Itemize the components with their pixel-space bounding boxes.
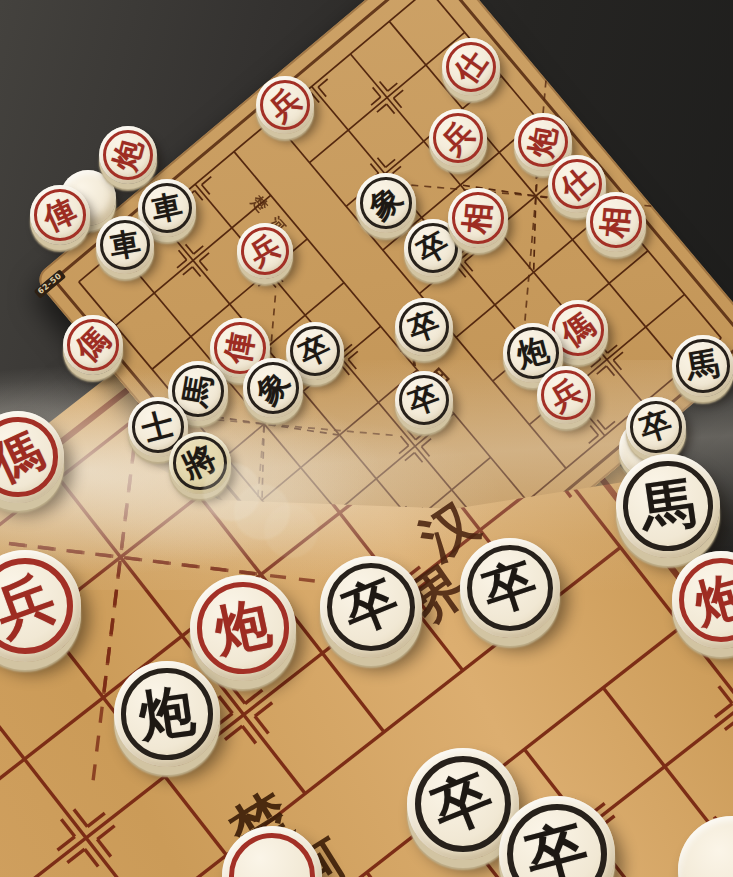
xiangqi-piece-red[interactable]: 俥 bbox=[30, 185, 90, 245]
xiangqi-piece-black[interactable]: 卒 bbox=[460, 538, 560, 638]
piece-character: 馬 bbox=[609, 447, 726, 564]
xiangqi-piece-black[interactable]: 卒 bbox=[395, 298, 453, 356]
xiangqi-piece-red[interactable]: 兵 bbox=[256, 76, 314, 134]
piece-ring bbox=[229, 833, 315, 877]
xiangqi-piece-red[interactable]: 仕 bbox=[442, 38, 500, 96]
xiangqi-piece-red[interactable]: 相 bbox=[586, 192, 646, 252]
ghost-reflection-piece bbox=[264, 504, 318, 558]
xiangqi-piece-black[interactable]: 卒 bbox=[320, 556, 422, 658]
xiangqi-piece-black[interactable]: 馬 bbox=[616, 454, 720, 558]
xiangqi-piece-black[interactable]: 車 bbox=[96, 216, 154, 274]
xiangqi-piece-black[interactable]: 卒 bbox=[499, 796, 615, 877]
xiangqi-piece-red[interactable]: 相 bbox=[448, 188, 508, 248]
xiangqi-piece-red[interactable]: 兵 bbox=[537, 366, 595, 424]
xiangqi-piece-black[interactable]: 卒 bbox=[626, 397, 686, 457]
piece-character: 車 bbox=[91, 211, 158, 278]
xiangqi-photo-scene: 楚河汉界汉界楚河62-50 俥炮兵車車兵象卒仕兵炮仕相相傌俥傌卒馬象士卒卒炮兵將… bbox=[0, 0, 733, 877]
xiangqi-piece-red[interactable]: 炮 bbox=[672, 551, 733, 649]
xiangqi-piece-black[interactable]: 象 bbox=[356, 173, 416, 233]
piece-character: 相 bbox=[583, 189, 648, 254]
xiangqi-piece-black[interactable]: 象 bbox=[243, 358, 303, 418]
piece-character: 馬 bbox=[667, 330, 733, 402]
xiangqi-piece-black[interactable]: 馬 bbox=[672, 335, 733, 397]
xiangqi-piece-black[interactable]: 炮 bbox=[114, 661, 220, 767]
xiangqi-piece-red[interactable]: 兵 bbox=[0, 550, 81, 662]
xiangqi-piece-red[interactable]: 傌 bbox=[63, 315, 123, 375]
xiangqi-piece-black[interactable]: 卒 bbox=[395, 371, 453, 429]
xiangqi-piece-red[interactable]: 兵 bbox=[429, 109, 487, 167]
piece-character: 相 bbox=[445, 185, 510, 250]
piece-character: 炮 bbox=[107, 654, 227, 774]
xiangqi-piece-red[interactable]: 兵 bbox=[237, 223, 293, 279]
xiangqi-piece-red[interactable]: 炮 bbox=[99, 126, 157, 184]
